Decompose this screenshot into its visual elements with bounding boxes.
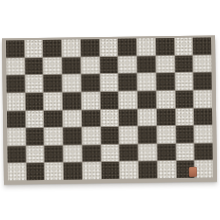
board-cell-r2c10 — [175, 55, 193, 72]
board-cell-r4c3 — [44, 93, 62, 110]
board-cell-r5c3 — [44, 110, 62, 127]
board-cell-r8c11 — [195, 161, 213, 178]
board-cell-r1c11 — [193, 38, 211, 55]
board-cell-r7c5 — [82, 145, 100, 162]
board-cell-r2c9 — [156, 56, 174, 73]
board-cell-r5c10 — [176, 108, 194, 125]
board-cell-r4c7 — [119, 91, 137, 108]
board-cell-r4c11 — [194, 90, 212, 107]
board-cell-r3c11 — [194, 73, 212, 90]
board-cell-r4c5 — [82, 92, 100, 109]
board-cell-r5c9 — [157, 109, 175, 126]
board-cell-r8c2 — [26, 163, 44, 180]
board-cell-r2c6 — [100, 57, 118, 74]
checkered-rug — [2, 36, 217, 185]
board-cell-r5c8 — [138, 109, 156, 126]
board-cell-r1c4 — [62, 39, 80, 56]
board-cell-r1c3 — [43, 40, 61, 57]
board-cell-r2c1 — [6, 58, 24, 75]
board-cell-r3c5 — [81, 74, 99, 91]
board-cell-r5c4 — [63, 110, 81, 127]
board-cell-r3c10 — [175, 73, 193, 90]
board-cell-r1c8 — [137, 38, 155, 55]
board-cell-r6c1 — [7, 128, 25, 145]
board-cell-r6c10 — [176, 126, 194, 143]
board-cell-r4c6 — [100, 92, 118, 109]
board-cell-r6c5 — [82, 127, 100, 144]
board-cell-r5c5 — [82, 110, 100, 127]
board-cell-r8c8 — [139, 162, 157, 179]
board-cell-r3c2 — [25, 75, 43, 92]
board-cell-r7c6 — [101, 145, 119, 162]
board-cell-r3c4 — [63, 75, 81, 92]
board-cell-r6c6 — [101, 127, 119, 144]
board-cell-r4c1 — [7, 93, 25, 110]
board-cell-r3c1 — [7, 75, 25, 92]
board-cell-r4c2 — [25, 93, 43, 110]
board-cell-r6c9 — [157, 126, 175, 143]
board-cell-r5c7 — [119, 109, 137, 126]
board-cell-r4c8 — [138, 91, 156, 108]
board-cell-r5c6 — [101, 109, 119, 126]
board-cell-r6c3 — [45, 128, 63, 145]
board-cell-r2c8 — [137, 56, 155, 73]
board-cell-r2c2 — [25, 58, 43, 75]
board-cell-r8c9 — [158, 161, 176, 178]
board-cell-r1c10 — [175, 38, 193, 55]
board-cell-r7c3 — [45, 145, 63, 162]
board-cell-r6c4 — [63, 128, 81, 145]
board-cell-r5c2 — [26, 110, 44, 127]
board-cell-r8c3 — [45, 163, 63, 180]
product-photo-scene — [0, 0, 220, 220]
board-cell-r7c2 — [26, 146, 44, 163]
board-cell-r1c2 — [25, 40, 43, 57]
board-cell-r6c7 — [120, 127, 138, 144]
board-cell-r7c7 — [120, 144, 138, 161]
board-cell-r7c10 — [176, 144, 194, 161]
board-cell-r5c11 — [194, 108, 212, 125]
board-cell-r1c1 — [6, 40, 24, 57]
board-cell-r3c6 — [100, 74, 118, 91]
board-cell-r8c6 — [101, 162, 119, 179]
board-cell-r1c5 — [81, 39, 99, 56]
board-cell-r6c2 — [26, 128, 44, 145]
board-cell-r8c4 — [64, 163, 82, 180]
board-cell-r5c1 — [7, 111, 25, 128]
checkerboard-grid — [6, 38, 213, 181]
board-cell-r2c4 — [62, 57, 80, 74]
board-cell-r1c7 — [118, 39, 136, 56]
board-cell-r3c3 — [44, 75, 62, 92]
board-cell-r6c8 — [138, 126, 156, 143]
board-cell-r1c6 — [100, 39, 118, 56]
board-cell-r3c9 — [156, 73, 174, 90]
board-cell-r8c7 — [120, 162, 138, 179]
board-cell-r4c4 — [63, 92, 81, 109]
board-cell-r8c1 — [8, 164, 26, 181]
board-cell-r6c11 — [194, 126, 212, 143]
board-cell-r2c11 — [194, 55, 212, 72]
board-cell-r7c4 — [64, 145, 82, 162]
board-cell-r4c9 — [157, 91, 175, 108]
board-cell-r7c9 — [157, 144, 175, 161]
board-cell-r7c1 — [7, 146, 25, 163]
board-cell-r1c9 — [156, 38, 174, 55]
leather-brand-tag — [189, 167, 197, 177]
board-cell-r2c3 — [44, 57, 62, 74]
board-cell-r2c5 — [81, 57, 99, 74]
board-cell-r2c7 — [119, 56, 137, 73]
board-cell-r8c5 — [83, 163, 101, 180]
board-cell-r4c10 — [175, 91, 193, 108]
board-cell-r7c8 — [139, 144, 157, 161]
board-cell-r3c8 — [138, 74, 156, 91]
board-cell-r3c7 — [119, 74, 137, 91]
board-cell-r7c11 — [195, 143, 213, 160]
